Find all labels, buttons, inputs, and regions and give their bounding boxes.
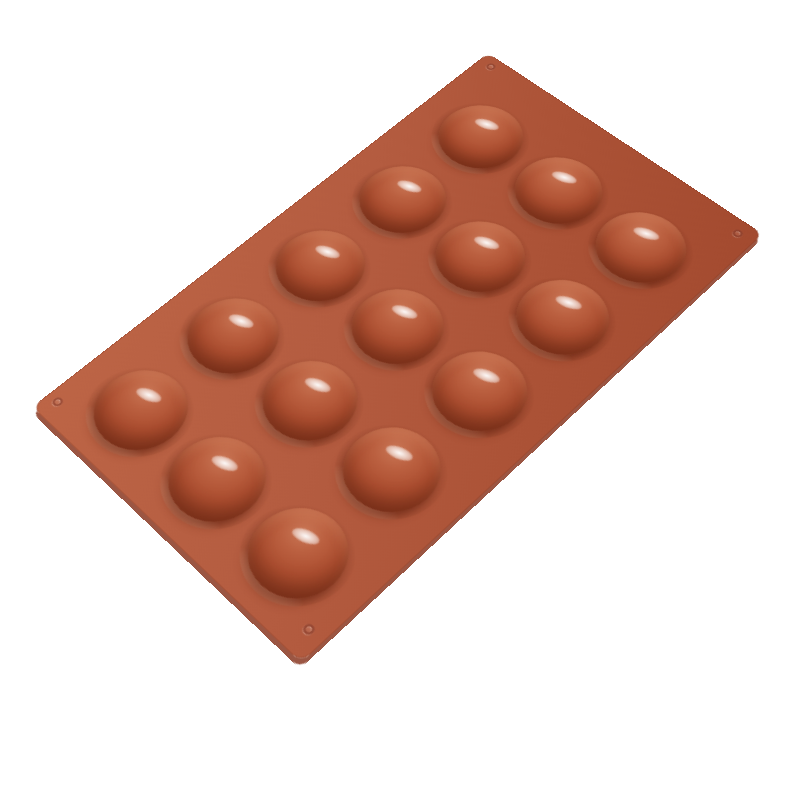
specular-highlight <box>290 524 323 547</box>
cavity-grid <box>32 53 763 663</box>
specular-highlight <box>302 375 333 395</box>
specular-highlight <box>134 384 165 404</box>
specular-highlight <box>226 312 256 331</box>
specular-highlight <box>471 365 502 385</box>
specular-highlight <box>473 116 501 132</box>
product-photo-scene: Overhead angled product photo of a terra… <box>0 0 800 800</box>
specular-highlight <box>632 224 662 242</box>
specular-highlight <box>389 302 419 321</box>
specular-highlight <box>209 452 241 473</box>
specular-highlight <box>313 243 342 261</box>
specular-highlight <box>550 169 579 186</box>
specular-highlight <box>395 178 424 195</box>
specular-highlight <box>472 234 501 252</box>
specular-highlight <box>553 293 583 312</box>
silicone-mold <box>32 53 763 663</box>
specular-highlight <box>383 442 415 463</box>
